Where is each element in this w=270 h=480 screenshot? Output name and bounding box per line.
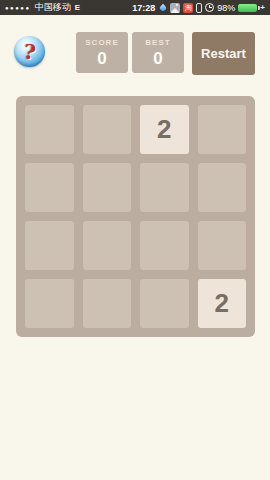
score-value: 0 [97,50,106,67]
empty-cell-r3c1 [25,221,74,270]
question-mark-icon: ? [22,41,36,62]
empty-cell-r3c4 [198,221,247,270]
score-box: SCORE 0 [76,32,128,73]
battery-percent-label: 98% [217,3,235,13]
carrier-label: 中国移动 [35,1,71,14]
battery-icon [238,4,257,12]
empty-cell-r2c2 [83,163,132,212]
empty-cell-r1c2 [83,105,132,154]
empty-cell-r1c1 [25,105,74,154]
score-label: SCORE [85,39,118,47]
empty-cell-r3c3 [140,221,189,270]
tile-2-r4c4: 2 [198,279,247,328]
empty-cell-r2c1 [25,163,74,212]
empty-cell-r2c4 [198,163,247,212]
photos-notification-icon [170,3,180,13]
best-box: BEST 0 [132,32,184,73]
best-label: BEST [145,39,170,47]
empty-cell-r4c3 [140,279,189,328]
restart-button[interactable]: Restart [192,32,255,75]
signal-strength-icon: ●●●●● [5,5,31,11]
drop-notification-icon [159,3,167,11]
help-button[interactable]: ? [14,36,45,67]
status-left: ●●●●● 中国移动 E [5,1,80,14]
charging-icon: + [260,3,265,12]
empty-cell-r3c2 [83,221,132,270]
best-value: 0 [153,50,162,67]
device-icon [196,3,202,13]
board-4x4[interactable]: 22 [16,96,255,337]
network-type-label: E [75,3,80,12]
clock-time: 17:28 [132,3,155,13]
taobao-notification-icon: 淘 [183,3,193,13]
status-bar: ●●●●● 中国移动 E 17:28 淘 98% + [0,0,270,15]
screen: ●●●●● 中国移动 E 17:28 淘 98% + ? SCORE 0 BES… [0,0,270,480]
empty-cell-r1c4 [198,105,247,154]
status-right: 17:28 淘 98% + [132,3,265,13]
empty-cell-r4c1 [25,279,74,328]
tile-2-r1c3: 2 [140,105,189,154]
empty-cell-r2c3 [140,163,189,212]
alarm-clock-icon [205,3,214,12]
empty-cell-r4c2 [83,279,132,328]
